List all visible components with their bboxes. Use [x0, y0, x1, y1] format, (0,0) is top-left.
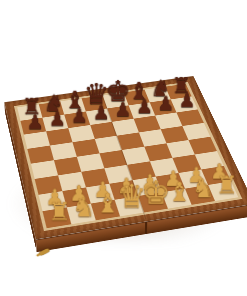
square-d4 — [99, 150, 127, 168]
square-a4 — [31, 160, 58, 179]
box-fold-seam — [145, 221, 147, 234]
brass-latch-pin — [36, 253, 41, 257]
brass-latch — [38, 248, 50, 256]
piece-white-rook-a1: ♜ — [37, 200, 80, 225]
folding-chess-box: ♜♞♝♛♚♝♞♜♟♟♟♟♟♟♟♟♟♟♟♟♟♟♟♟♜♞♝♛♚♝♞♜ — [4, 76, 247, 240]
chess-set-photo: ♜♞♝♛♚♝♞♜♟♟♟♟♟♟♟♟♟♟♟♟♟♟♟♟♜♞♝♛♚♝♞♜ — [0, 0, 247, 296]
square-c4 — [77, 153, 105, 171]
square-b4 — [54, 157, 81, 176]
